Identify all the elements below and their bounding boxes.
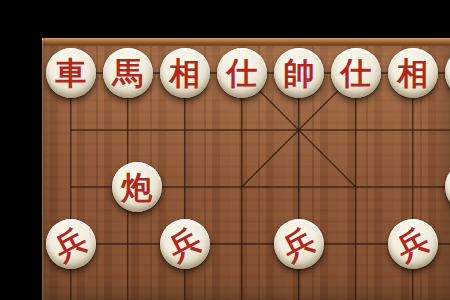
advisor-glyph: 仕 — [226, 58, 257, 89]
piece-cannon-red[interactable]: 炮 — [112, 162, 162, 212]
piece-soldier-red[interactable]: 兵 — [46, 219, 96, 269]
piece-elephant-red[interactable]: 相 — [160, 48, 210, 98]
piece-chariot-red[interactable]: 車 — [46, 48, 96, 98]
piece-elephant-red[interactable]: 相 — [388, 48, 438, 98]
piece-advisor-red[interactable]: 仕 — [217, 48, 267, 98]
elephant-glyph: 相 — [169, 58, 200, 89]
soldier-glyph: 兵 — [50, 223, 92, 265]
piece-horse-red[interactable]: 馬 — [103, 48, 153, 98]
general-glyph: 帥 — [283, 58, 314, 89]
app-screen: 車馬相仕帥仕相馬炮炮兵兵兵兵 — [0, 0, 450, 300]
piece-general-red[interactable]: 帥 — [274, 48, 324, 98]
piece-cannon-red[interactable]: 炮 — [445, 162, 450, 212]
cannon-glyph: 炮 — [121, 172, 152, 203]
advisor-glyph: 仕 — [340, 58, 371, 89]
chariot-glyph: 車 — [55, 58, 86, 89]
soldier-glyph: 兵 — [392, 223, 434, 265]
xiangqi-board[interactable]: 車馬相仕帥仕相馬炮炮兵兵兵兵 — [42, 38, 450, 300]
piece-soldier-red[interactable]: 兵 — [160, 219, 210, 269]
piece-soldier-red[interactable]: 兵 — [388, 219, 438, 269]
soldier-glyph: 兵 — [164, 223, 206, 265]
piece-horse-red[interactable]: 馬 — [445, 48, 450, 98]
elephant-glyph: 相 — [397, 58, 428, 89]
piece-advisor-red[interactable]: 仕 — [331, 48, 381, 98]
soldier-glyph: 兵 — [278, 223, 320, 265]
horse-glyph: 馬 — [112, 58, 143, 89]
piece-soldier-red[interactable]: 兵 — [274, 219, 324, 269]
piece-grid: 車馬相仕帥仕相馬炮炮兵兵兵兵 — [42, 45, 450, 273]
